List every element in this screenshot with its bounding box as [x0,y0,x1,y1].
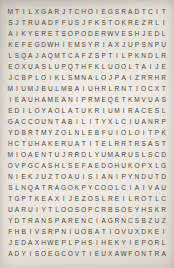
grid-cell[interactable]: E [134,18,141,29]
grid-cell[interactable]: U [147,95,154,106]
grid-cell[interactable]: R [147,73,154,84]
grid-cell[interactable]: E [20,172,27,183]
grid-cell[interactable]: B [20,73,27,84]
grid-cell[interactable]: S [80,40,87,51]
grid-cell[interactable]: L [67,238,74,249]
grid-cell[interactable]: R [27,128,34,139]
grid-cell[interactable]: Q [67,62,74,73]
grid-cell[interactable]: I [80,84,87,95]
grid-cell[interactable]: R [94,106,101,117]
grid-cell[interactable]: F [7,227,14,238]
grid-cell[interactable]: A [47,106,54,117]
grid-cell[interactable]: M [7,7,14,18]
grid-cell[interactable]: E [74,194,81,205]
grid-cell[interactable]: Z [134,73,141,84]
grid-cell[interactable]: A [7,29,14,40]
grid-cell[interactable]: D [14,106,21,117]
grid-cell[interactable]: C [127,216,134,227]
grid-cell[interactable]: W [47,40,54,51]
grid-cell[interactable]: E [74,161,81,172]
grid-cell[interactable]: U [100,249,107,260]
grid-cell[interactable]: R [67,216,74,227]
grid-cell[interactable]: U [127,150,134,161]
grid-cell[interactable]: L [27,106,34,117]
grid-cell[interactable]: N [120,84,127,95]
grid-cell[interactable]: S [114,205,121,216]
grid-cell[interactable]: Y [127,172,134,183]
grid-cell[interactable]: L [154,18,161,29]
grid-cell[interactable]: A [94,227,101,238]
grid-cell[interactable]: O [60,205,67,216]
grid-cell[interactable]: O [34,117,41,128]
grid-cell[interactable]: A [14,117,21,128]
grid-cell[interactable]: T [160,84,167,95]
grid-cell[interactable]: D [160,172,167,183]
grid-cell[interactable]: E [94,249,101,260]
grid-cell[interactable]: O [67,183,74,194]
grid-cell[interactable]: S [160,95,167,106]
grid-cell[interactable]: S [67,161,74,172]
grid-cell[interactable]: N [7,172,14,183]
grid-cell[interactable]: D [40,40,47,51]
grid-cell[interactable]: T [140,7,147,18]
grid-cell[interactable]: S [7,183,14,194]
grid-cell[interactable]: A [34,62,41,73]
grid-cell[interactable]: D [87,29,94,40]
grid-cell[interactable]: Y [20,249,27,260]
grid-cell[interactable]: U [27,205,34,216]
grid-cell[interactable]: I [67,227,74,238]
grid-cell[interactable]: N [40,216,47,227]
grid-cell[interactable]: T [54,172,61,183]
grid-cell[interactable]: S [7,18,14,29]
grid-cell[interactable]: C [120,183,127,194]
grid-cell[interactable]: T [94,117,101,128]
grid-cell[interactable]: R [114,216,121,227]
grid-cell[interactable]: I [74,117,81,128]
grid-cell[interactable]: A [40,139,47,150]
grid-cell[interactable]: J [60,150,67,161]
grid-cell[interactable]: M [74,73,81,84]
grid-cell[interactable]: K [47,139,54,150]
grid-cell[interactable]: R [100,29,107,40]
grid-cell[interactable]: U [107,62,114,73]
grid-cell[interactable]: I [127,117,134,128]
grid-cell[interactable]: J [34,172,41,183]
grid-cell[interactable]: H [94,84,101,95]
grid-cell[interactable]: I [100,106,107,117]
grid-cell[interactable]: C [120,117,127,128]
grid-cell[interactable]: R [87,95,94,106]
grid-cell[interactable]: U [54,150,61,161]
grid-cell[interactable]: U [107,128,114,139]
grid-cell[interactable]: K [147,227,154,238]
grid-cell[interactable]: E [134,238,141,249]
grid-cell[interactable]: Z [80,194,87,205]
grid-cell[interactable]: A [60,95,67,106]
grid-cell[interactable]: W [120,249,127,260]
grid-cell[interactable]: K [127,161,134,172]
grid-cell[interactable]: S [14,51,21,62]
grid-cell[interactable]: V [120,227,127,238]
grid-cell[interactable]: T [147,249,154,260]
grid-cell[interactable]: Q [107,95,114,106]
grid-cell[interactable]: R [27,216,34,227]
grid-cell[interactable]: D [140,227,147,238]
grid-cell[interactable]: K [27,172,34,183]
grid-cell[interactable]: I [160,18,167,29]
grid-cell[interactable]: R [120,139,127,150]
grid-cell[interactable]: I [87,139,94,150]
grid-cell[interactable]: O [67,205,74,216]
grid-cell[interactable]: I [114,172,121,183]
grid-cell[interactable]: M [54,51,61,62]
grid-cell[interactable]: A [40,51,47,62]
grid-cell[interactable]: T [100,227,107,238]
grid-cell[interactable]: T [47,205,54,216]
grid-cell[interactable]: T [154,172,161,183]
grid-cell[interactable]: O [114,18,121,29]
grid-cell[interactable]: F [80,51,87,62]
grid-cell[interactable]: T [160,7,167,18]
grid-cell[interactable]: O [114,62,121,73]
grid-cell[interactable]: L [100,62,107,73]
grid-cell[interactable]: K [54,73,61,84]
grid-cell[interactable]: N [140,51,147,62]
grid-cell[interactable]: Z [87,51,94,62]
grid-cell[interactable]: I [114,128,121,139]
grid-cell[interactable]: E [160,62,167,73]
grid-cell[interactable]: Y [7,216,14,227]
grid-cell[interactable]: R [160,205,167,216]
grid-cell[interactable]: U [160,40,167,51]
grid-cell[interactable]: V [140,95,147,106]
grid-cell[interactable]: J [7,238,14,249]
grid-cell[interactable]: V [34,227,41,238]
grid-cell[interactable]: Y [40,106,47,117]
grid-cell[interactable]: S [74,205,81,216]
grid-cell[interactable]: T [134,62,141,73]
grid-cell[interactable]: G [60,183,67,194]
grid-cell[interactable]: M [134,95,141,106]
grid-cell[interactable]: Y [87,183,94,194]
grid-cell[interactable]: P [154,128,161,139]
grid-cell[interactable]: S [40,62,47,73]
grid-cell[interactable]: I [34,205,41,216]
grid-cell[interactable]: R [107,194,114,205]
grid-cell[interactable]: E [107,238,114,249]
grid-cell[interactable]: Q [20,51,27,62]
grid-cell[interactable]: R [140,73,147,84]
grid-cell[interactable]: A [74,84,81,95]
grid-cell[interactable]: S [94,194,101,205]
grid-cell[interactable]: G [160,161,167,172]
grid-cell[interactable]: N [120,216,127,227]
grid-cell[interactable]: L [60,73,67,84]
grid-cell[interactable]: U [134,117,141,128]
grid-cell[interactable]: P [80,183,87,194]
grid-cell[interactable]: I [20,106,27,117]
grid-cell[interactable]: A [154,183,161,194]
grid-cell[interactable]: C [94,183,101,194]
grid-cell[interactable]: S [40,227,47,238]
grid-cell[interactable]: A [120,73,127,84]
grid-cell[interactable]: K [7,40,14,51]
grid-cell[interactable]: Z [160,216,167,227]
grid-cell[interactable]: B [67,84,74,95]
grid-cell[interactable]: O [80,29,87,40]
grid-cell[interactable]: X [20,62,27,73]
grid-cell[interactable]: R [100,205,107,216]
grid-cell[interactable]: J [80,18,87,29]
grid-cell[interactable]: S [87,172,94,183]
grid-cell[interactable]: L [80,117,87,128]
grid-cell[interactable]: F [54,18,61,29]
grid-cell[interactable]: E [7,62,14,73]
grid-cell[interactable]: L [7,51,14,62]
grid-cell[interactable]: K [94,18,101,29]
grid-cell[interactable]: X [154,84,161,95]
grid-cell[interactable]: I [140,128,147,139]
grid-cell[interactable]: H [34,95,41,106]
grid-cell[interactable]: O [40,249,47,260]
grid-cell[interactable]: U [107,106,114,117]
grid-cell[interactable]: P [54,216,61,227]
grid-cell[interactable]: G [40,7,47,18]
grid-cell[interactable]: O [100,73,107,84]
grid-cell[interactable]: O [7,161,14,172]
grid-cell[interactable]: F [100,128,107,139]
grid-cell[interactable]: I [74,95,81,106]
grid-cell[interactable]: H [34,139,41,150]
grid-cell[interactable]: P [74,29,81,40]
grid-cell[interactable]: S [154,139,161,150]
grid-cell[interactable]: J [140,29,147,40]
grid-cell[interactable]: E [40,194,47,205]
grid-cell[interactable]: S [100,18,107,29]
grid-cell[interactable]: K [127,95,134,106]
grid-cell[interactable]: T [147,128,154,139]
grid-cell[interactable]: D [147,51,154,62]
grid-cell[interactable]: O [80,227,87,238]
grid-cell[interactable]: M [7,84,14,95]
grid-cell[interactable]: K [34,194,41,205]
grid-cell[interactable]: I [27,227,34,238]
grid-cell[interactable]: T [160,139,167,150]
grid-cell[interactable]: S [127,29,134,40]
grid-cell[interactable]: A [67,172,74,183]
grid-cell[interactable]: A [100,172,107,183]
grid-cell[interactable]: L [87,150,94,161]
grid-cell[interactable]: U [27,139,34,150]
grid-cell[interactable]: V [114,29,121,40]
grid-cell[interactable]: H [7,139,14,150]
grid-cell[interactable]: I [120,194,127,205]
grid-cell[interactable]: M [114,106,121,117]
grid-cell[interactable]: T [127,84,134,95]
grid-cell[interactable]: R [114,139,121,150]
grid-cell[interactable]: C [94,205,101,216]
grid-cell[interactable]: D [14,216,21,227]
grid-cell[interactable]: L [114,183,121,194]
grid-cell[interactable]: Y [120,238,127,249]
grid-cell[interactable]: C [34,161,41,172]
grid-cell[interactable]: K [114,238,121,249]
grid-cell[interactable]: L [160,29,167,40]
grid-cell[interactable]: I [87,117,94,128]
grid-cell[interactable]: E [54,139,61,150]
grid-cell[interactable]: O [67,249,74,260]
grid-cell[interactable]: E [67,40,74,51]
grid-cell[interactable]: A [20,95,27,106]
grid-cell[interactable]: O [134,161,141,172]
grid-cell[interactable]: F [127,249,134,260]
grid-cell[interactable]: I [134,84,141,95]
grid-cell[interactable]: N [60,227,67,238]
grid-cell[interactable]: K [120,18,127,29]
grid-cell[interactable]: P [54,227,61,238]
grid-cell[interactable]: E [114,194,121,205]
grid-cell[interactable]: S [134,216,141,227]
grid-cell[interactable]: R [47,183,54,194]
grid-cell[interactable]: K [154,205,161,216]
grid-cell[interactable]: B [107,205,114,216]
grid-cell[interactable]: A [34,183,41,194]
grid-cell[interactable]: S [47,161,54,172]
grid-cell[interactable]: A [127,7,134,18]
grid-cell[interactable]: P [20,194,27,205]
grid-cell[interactable]: F [87,62,94,73]
grid-cell[interactable]: Y [27,29,34,40]
grid-cell[interactable]: A [100,216,107,227]
grid-cell[interactable]: R [127,18,134,29]
grid-cell[interactable]: X [54,194,61,205]
grid-cell[interactable]: A [40,161,47,172]
grid-cell[interactable]: A [7,249,14,260]
grid-cell[interactable]: I [94,238,101,249]
grid-cell[interactable]: D [80,150,87,161]
grid-cell[interactable]: R [127,106,134,117]
grid-cell[interactable]: T [20,18,27,29]
grid-cell[interactable]: E [14,40,21,51]
grid-cell[interactable]: O [107,161,114,172]
grid-cell[interactable]: J [14,18,21,29]
grid-cell[interactable]: D [134,7,141,18]
grid-cell[interactable]: L [127,194,134,205]
grid-cell[interactable]: A [74,51,81,62]
grid-cell[interactable]: L [127,128,134,139]
grid-cell[interactable]: N [147,117,154,128]
grid-cell[interactable]: P [120,172,127,183]
grid-cell[interactable]: C [60,249,67,260]
grid-cell[interactable]: R [20,205,27,216]
grid-cell[interactable]: C [160,194,167,205]
grid-cell[interactable]: H [100,238,107,249]
grid-cell[interactable]: E [114,95,121,106]
grid-cell[interactable]: D [20,238,27,249]
grid-cell[interactable]: L [54,205,61,216]
grid-cell[interactable]: F [80,161,87,172]
grid-cell[interactable]: A [134,106,141,117]
grid-cell[interactable]: C [67,51,74,62]
grid-cell[interactable]: U [87,84,94,95]
grid-cell[interactable]: L [14,183,21,194]
grid-cell[interactable]: S [87,238,94,249]
grid-cell[interactable]: A [134,183,141,194]
grid-cell[interactable]: I [20,7,27,18]
grid-cell[interactable]: R [134,139,141,150]
grid-cell[interactable]: U [100,150,107,161]
grid-cell[interactable]: A [27,238,34,249]
grid-cell[interactable]: U [67,139,74,150]
grid-cell[interactable]: I [107,227,114,238]
grid-cell[interactable]: T [40,183,47,194]
grid-cell[interactable]: L [34,73,41,84]
grid-cell[interactable]: U [67,18,74,29]
grid-cell[interactable]: U [127,227,134,238]
grid-cell[interactable]: D [100,161,107,172]
grid-cell[interactable]: G [54,249,61,260]
grid-cell[interactable]: S [74,18,81,29]
grid-cell[interactable]: O [34,106,41,117]
grid-cell[interactable]: D [160,150,167,161]
grid-cell[interactable]: E [154,227,161,238]
grid-cell[interactable]: A [34,216,41,227]
grid-cell[interactable]: T [107,51,114,62]
grid-cell[interactable]: E [100,7,107,18]
grid-cell[interactable]: E [7,106,14,117]
grid-cell[interactable]: H [54,40,61,51]
grid-cell[interactable]: M [60,84,67,95]
grid-cell[interactable]: E [14,95,21,106]
grid-cell[interactable]: S [147,150,154,161]
grid-cell[interactable]: O [120,128,127,139]
grid-cell[interactable]: J [107,73,114,84]
grid-cell[interactable]: L [47,62,54,73]
grid-cell[interactable]: I [140,183,147,194]
grid-cell[interactable]: T [147,194,154,205]
grid-cell[interactable]: U [74,227,81,238]
grid-cell[interactable]: L [100,194,107,205]
grid-cell[interactable]: C [87,216,94,227]
grid-cell[interactable]: F [87,18,94,29]
grid-cell[interactable]: B [20,227,27,238]
grid-cell[interactable]: L [154,51,161,62]
grid-cell[interactable]: U [27,95,34,106]
grid-cell[interactable]: E [47,249,54,260]
grid-cell[interactable]: C [147,7,154,18]
grid-cell[interactable]: X [134,227,141,238]
grid-cell[interactable]: H [80,62,87,73]
grid-cell[interactable]: N [80,216,87,227]
grid-cell[interactable]: R [27,18,34,29]
grid-cell[interactable]: I [127,238,134,249]
grid-cell[interactable]: I [127,73,134,84]
grid-cell[interactable]: R [160,51,167,62]
grid-cell[interactable]: Q [27,183,34,194]
grid-cell[interactable]: Y [87,40,94,51]
grid-cell[interactable]: I [80,172,87,183]
grid-cell[interactable]: I [47,73,54,84]
grid-cell[interactable]: T [120,95,127,106]
grid-cell[interactable]: M [40,128,47,139]
grid-cell[interactable]: K [74,183,81,194]
grid-cell[interactable]: S [147,205,154,216]
grid-cell[interactable]: M [7,150,14,161]
grid-cell[interactable]: T [127,139,134,150]
grid-cell[interactable]: I [147,62,154,73]
grid-cell[interactable]: L [114,117,121,128]
